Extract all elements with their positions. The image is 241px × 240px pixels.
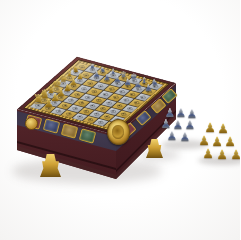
cell-diamond-pattern <box>75 93 81 96</box>
spare-pawn-gold: ♟ <box>204 121 217 134</box>
spare-pawn-gold: ♟ <box>224 135 237 148</box>
spare-pawn-gold: ♟ <box>216 148 229 161</box>
silver-piece-p: ♟ <box>113 75 122 84</box>
cell-diamond-pattern <box>108 87 114 90</box>
cell-diamond-pattern <box>77 115 83 118</box>
cell-diamond-pattern <box>72 107 78 110</box>
spare-pawn-silver: ♟ <box>166 130 178 142</box>
spare-pawn-silver: ♟ <box>160 118 172 130</box>
cell-diamond-pattern <box>104 115 110 118</box>
cell-diamond-pattern <box>133 101 139 104</box>
cell-diamond-pattern <box>87 118 93 121</box>
side-medallion <box>25 117 38 130</box>
cell-diamond-pattern <box>62 104 68 107</box>
cell-diamond-pattern <box>81 87 87 90</box>
crest-medallion <box>107 119 130 145</box>
spare-pawn-gold: ♟ <box>202 147 215 160</box>
silver-piece-p: ♟ <box>103 73 111 81</box>
cell-diamond-pattern <box>129 93 135 96</box>
cell-diamond-pattern <box>140 96 146 99</box>
spare-pawn-gold: ♟ <box>217 122 230 135</box>
cell-diamond-pattern <box>96 99 102 102</box>
cell-diamond-pattern <box>121 112 127 115</box>
cell-diamond-pattern <box>87 82 93 85</box>
spare-pawn-gold: ♟ <box>230 148 241 161</box>
silver-piece-p: ♟ <box>123 78 132 87</box>
cell-diamond-pattern <box>117 104 123 107</box>
spare-pawn-silver: ♟ <box>179 131 191 143</box>
cell-diamond-pattern <box>83 74 89 77</box>
cell-diamond-pattern <box>110 110 116 113</box>
gold-piece-p: ♟ <box>43 98 54 109</box>
cell-diamond-pattern <box>98 121 104 124</box>
silver-piece-p: ♟ <box>144 83 153 92</box>
silver-piece-p: ♟ <box>93 70 101 78</box>
spare-pawn-gold: ♟ <box>198 134 211 147</box>
cell-diamond-pattern <box>102 93 108 96</box>
cell-diamond-pattern <box>98 85 104 88</box>
cell-diamond-pattern <box>106 101 112 104</box>
cell-diamond-pattern <box>100 107 106 110</box>
cell-diamond-pattern <box>127 107 133 110</box>
cell-diamond-pattern <box>56 110 62 113</box>
spare-pawn-silver: ♟ <box>184 119 196 131</box>
cell-diamond-pattern <box>123 99 129 102</box>
cell-diamond-pattern <box>66 112 72 115</box>
cell-diamond-pattern <box>68 99 74 102</box>
cell-diamond-pattern <box>93 112 99 115</box>
cell-diamond-pattern <box>83 110 89 113</box>
cell-diamond-pattern <box>119 90 125 93</box>
product-photo-scene: ♜♞♝♛♚♝♞♞♟♟♟♟♟♟♝♟♛♟♚♟♝♟♞♟♜♟ ♟♟♟♟♟♟♟♟♟♟♟♟♟… <box>0 0 240 240</box>
cell-diamond-pattern <box>85 96 91 99</box>
cell-diamond-pattern <box>112 96 118 99</box>
silver-piece-p: ♟ <box>134 80 143 89</box>
cell-diamond-pattern <box>79 101 85 104</box>
cell-diamond-pattern <box>89 104 95 107</box>
cell-diamond-pattern <box>91 90 97 93</box>
